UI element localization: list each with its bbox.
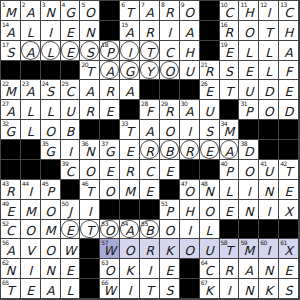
cell-letter: K bbox=[259, 284, 278, 298]
cell-number: 11 bbox=[240, 1, 247, 8]
grid-cell-r2c4[interactable]: E bbox=[61, 21, 81, 41]
grid-cell-r3c12[interactable]: 19E bbox=[220, 41, 240, 61]
cell-number: 43 bbox=[2, 180, 9, 187]
grid-cell-r5c7[interactable]: A bbox=[120, 80, 140, 100]
block-cell bbox=[259, 220, 279, 240]
grid-cell-r11c1[interactable]: 49E bbox=[1, 200, 21, 220]
grid-cell-r5c15[interactable]: E bbox=[279, 80, 299, 100]
cell-number: 4 bbox=[62, 1, 65, 8]
grid-cell-r1c3[interactable]: 3N bbox=[41, 1, 61, 21]
grid-cell-r10c14[interactable]: N bbox=[259, 180, 279, 200]
grid-cell-r2c8[interactable]: R bbox=[140, 21, 160, 41]
grid-cell-r5c3[interactable]: 24S bbox=[41, 80, 61, 100]
cell-letter: N bbox=[239, 205, 258, 219]
cell-letter: I bbox=[41, 26, 60, 40]
cell-letter: L bbox=[41, 46, 60, 60]
grid-cell-r2c15[interactable]: H bbox=[279, 21, 299, 41]
grid-cell-r12c2[interactable]: O bbox=[21, 220, 41, 240]
grid-cell-r5c1[interactable]: 22M bbox=[1, 80, 21, 100]
grid-cell-r15c8[interactable]: T bbox=[140, 279, 160, 299]
grid-cell-r6c4[interactable]: U bbox=[61, 100, 81, 120]
cell-letter: R bbox=[220, 264, 239, 278]
grid-cell-r15c13[interactable]: N bbox=[239, 279, 259, 299]
grid-cell-r3c9[interactable]: C bbox=[160, 41, 180, 61]
grid-cell-r3c3[interactable]: L bbox=[41, 41, 61, 61]
cell-letter: A bbox=[120, 85, 139, 99]
grid-cell-r13c2[interactable]: V bbox=[21, 239, 41, 259]
cell-number: 21 bbox=[201, 61, 208, 68]
block-cell bbox=[180, 259, 200, 279]
grid-cell-r3c7[interactable]: I bbox=[120, 41, 140, 61]
crossword-puzzle: 1M2A3N4G5O6T7A8R9O10C11H12I13C14ALIEN15A… bbox=[0, 0, 300, 300]
grid-cell-r2c13[interactable]: O bbox=[239, 21, 259, 41]
grid-cell-r9c4[interactable]: 39C bbox=[61, 160, 81, 180]
cell-letter: O bbox=[100, 185, 119, 199]
cell-letter: S bbox=[279, 284, 298, 298]
cell-number: 33 bbox=[121, 120, 128, 127]
grid-cell-r7c8[interactable]: A bbox=[140, 120, 160, 140]
cell-letter: O bbox=[120, 244, 139, 258]
grid-cell-r14c14[interactable]: N bbox=[259, 259, 279, 279]
grid-cell-r15c9[interactable]: S bbox=[160, 279, 180, 299]
cell-letter: E bbox=[220, 205, 239, 219]
cell-number: 64 bbox=[201, 259, 208, 266]
cell-letter: R bbox=[140, 244, 159, 258]
grid-cell-r13c14[interactable]: 60I bbox=[259, 239, 279, 259]
grid-cell-r15c2[interactable]: E bbox=[21, 279, 41, 299]
grid-cell-r1c15[interactable]: 13C bbox=[279, 1, 299, 21]
grid-cell-r6c10[interactable]: 30A bbox=[180, 100, 200, 120]
cell-letter: A bbox=[100, 65, 119, 79]
grid-cell-r6c5[interactable]: R bbox=[80, 100, 100, 120]
cell-number: 56 bbox=[2, 239, 9, 246]
cell-letter: U bbox=[180, 65, 199, 79]
grid-cell-r9c6[interactable]: E bbox=[100, 160, 120, 180]
grid-cell-r10c8[interactable]: E bbox=[140, 180, 160, 200]
block-cell bbox=[239, 220, 259, 240]
grid-cell-r11c15[interactable]: X bbox=[279, 200, 299, 220]
grid-cell-r1c4[interactable]: 4G bbox=[61, 1, 81, 21]
grid-cell-r11c4[interactable]: 50J bbox=[61, 200, 81, 220]
grid-cell-r12c4[interactable]: E bbox=[61, 220, 81, 240]
grid-cell-r2c7[interactable]: 15A bbox=[120, 21, 140, 41]
grid-cell-r3c15[interactable]: A bbox=[279, 41, 299, 61]
cell-letter: L bbox=[61, 284, 80, 298]
grid-cell-r6c2[interactable]: L bbox=[21, 100, 41, 120]
grid-cell-r7c4[interactable]: B bbox=[61, 120, 81, 140]
cell-number: 42 bbox=[280, 160, 287, 167]
grid-cell-r5c5[interactable]: A bbox=[80, 80, 100, 100]
grid-cell-r4c8[interactable]: Y bbox=[140, 61, 160, 81]
cell-letter: U bbox=[61, 105, 80, 119]
grid-cell-r12c1[interactable]: 52C bbox=[1, 220, 21, 240]
cell-letter: R bbox=[140, 145, 159, 159]
grid-cell-r14c8[interactable]: I bbox=[140, 259, 160, 279]
grid-cell-r4c10[interactable]: U bbox=[180, 61, 200, 81]
grid-cell-r10c2[interactable]: 44I bbox=[21, 180, 41, 200]
grid-cell-r2c10[interactable]: A bbox=[180, 21, 200, 41]
grid-cell-r6c15[interactable]: D bbox=[279, 100, 299, 120]
grid-cell-r10c10[interactable]: 47O bbox=[180, 180, 200, 200]
grid-cell-r1c9[interactable]: 8R bbox=[160, 1, 180, 21]
grid-cell-r11c5[interactable]: I bbox=[80, 200, 100, 220]
cell-letter: I bbox=[160, 26, 179, 40]
grid-cell-r3c14[interactable]: L bbox=[259, 41, 279, 61]
grid-cell-r15c11[interactable]: 67K bbox=[200, 279, 220, 299]
grid-cell-r9c5[interactable]: O bbox=[80, 160, 100, 180]
block-cell bbox=[239, 120, 259, 140]
grid-cell-r7c2[interactable]: L bbox=[21, 120, 41, 140]
cell-number: 52 bbox=[2, 220, 9, 227]
cell-letter: N bbox=[239, 284, 258, 298]
cell-number: 15 bbox=[121, 21, 128, 28]
cell-letter: E bbox=[239, 65, 258, 79]
grid-cell-r14c13[interactable]: A bbox=[239, 259, 259, 279]
grid-cell-r14c3[interactable]: N bbox=[41, 259, 61, 279]
cell-number: 45 bbox=[42, 180, 49, 187]
grid-cell-r9c9[interactable]: E bbox=[160, 160, 180, 180]
cell-number: 39 bbox=[62, 160, 69, 167]
grid-cell-r15c4[interactable]: L bbox=[61, 279, 81, 299]
grid-cell-r6c3[interactable]: L bbox=[41, 100, 61, 120]
grid-cell-r8c6[interactable]: 37G bbox=[100, 140, 120, 160]
grid-cell-r13c10[interactable]: O bbox=[180, 239, 200, 259]
cell-number: 44 bbox=[22, 180, 29, 187]
cell-letter: H bbox=[279, 26, 298, 40]
cell-number: 62 bbox=[2, 259, 9, 266]
grid-cell-r14c2[interactable]: I bbox=[21, 259, 41, 279]
grid-cell-r7c7[interactable]: 33T bbox=[120, 120, 140, 140]
grid-cell-r4c11[interactable]: 21R bbox=[200, 61, 220, 81]
cell-letter: E bbox=[279, 264, 298, 278]
cell-letter: H bbox=[180, 205, 199, 219]
grid-cell-r8c4[interactable]: I bbox=[61, 140, 81, 160]
cell-letter: S bbox=[160, 284, 179, 298]
cell-number: 23 bbox=[22, 80, 29, 87]
grid-cell-r11c3[interactable]: O bbox=[41, 200, 61, 220]
grid-cell-r10c11[interactable]: 48N bbox=[200, 180, 220, 200]
block-cell bbox=[100, 200, 120, 220]
grid-cell-r5c6[interactable]: R bbox=[100, 80, 120, 100]
grid-cell-r8c5[interactable]: 36N bbox=[80, 140, 100, 160]
grid-cell-r1c10[interactable]: 9O bbox=[180, 1, 200, 21]
grid-cell-r14c6[interactable]: 63O bbox=[100, 259, 120, 279]
grid-cell-r7c1[interactable]: 32G bbox=[1, 120, 21, 140]
grid-cell-r8c9[interactable]: B bbox=[160, 140, 180, 160]
grid-cell-r3c6[interactable]: 18P bbox=[100, 41, 120, 61]
grid-cell-r2c2[interactable]: L bbox=[21, 21, 41, 41]
grid-cell-r4c7[interactable]: G bbox=[120, 61, 140, 81]
cell-letter: I bbox=[220, 284, 239, 298]
grid-cell-r13c13[interactable]: 59M bbox=[239, 239, 259, 259]
cell-letter: B bbox=[160, 145, 179, 159]
grid-cell-r13c6[interactable]: 57W bbox=[100, 239, 120, 259]
grid-cell-r8c11[interactable]: E bbox=[200, 140, 220, 160]
cell-letter: I bbox=[259, 205, 278, 219]
grid-cell-r13c8[interactable]: R bbox=[140, 239, 160, 259]
grid-cell-r14c12[interactable]: R bbox=[220, 259, 240, 279]
grid-cell-r5c11[interactable]: 26E bbox=[200, 80, 220, 100]
grid-cell-r6c14[interactable]: O bbox=[259, 100, 279, 120]
cell-number: 6 bbox=[121, 1, 124, 8]
cell-letter: E bbox=[61, 224, 80, 238]
grid-cell-r15c6[interactable]: 66W bbox=[100, 279, 120, 299]
block-cell bbox=[200, 1, 220, 21]
grid-cell-r7c11[interactable]: S bbox=[200, 120, 220, 140]
grid-cell-r8c12[interactable]: A bbox=[220, 140, 240, 160]
grid-cell-r2c3[interactable]: I bbox=[41, 21, 61, 41]
cell-number: 1 bbox=[2, 1, 5, 8]
block-cell bbox=[160, 80, 180, 100]
cell-letter: L bbox=[41, 105, 60, 119]
block-cell bbox=[160, 180, 180, 200]
cell-letter: C bbox=[160, 46, 179, 60]
cell-number: 34 bbox=[221, 120, 228, 127]
grid-cell-r15c7[interactable]: I bbox=[120, 279, 140, 299]
grid-cell-r12c3[interactable]: M bbox=[41, 220, 61, 240]
cell-letter: O bbox=[41, 205, 60, 219]
grid-cell-r4c9[interactable]: O bbox=[160, 61, 180, 81]
cell-number: 2 bbox=[22, 1, 25, 8]
grid-cell-r5c4[interactable]: 25C bbox=[61, 80, 81, 100]
block-cell bbox=[200, 41, 220, 61]
grid-cell-r6c6[interactable]: E bbox=[100, 100, 120, 120]
grid-cell-r4c13[interactable]: E bbox=[239, 61, 259, 81]
grid-cell-r8c3[interactable]: 35G bbox=[41, 140, 61, 160]
cell-letter: H bbox=[180, 46, 199, 60]
grid-cell-r13c7[interactable]: O bbox=[120, 239, 140, 259]
grid-cell-r6c9[interactable]: 29R bbox=[160, 100, 180, 120]
grid-cell-r3c4[interactable]: E bbox=[61, 41, 81, 61]
grid-cell-r14c9[interactable]: E bbox=[160, 259, 180, 279]
grid-cell-r12c8[interactable]: 55B bbox=[140, 220, 160, 240]
cell-letter: B bbox=[61, 125, 80, 139]
grid-cell-r10c3[interactable]: 45P bbox=[41, 180, 61, 200]
cell-number: 24 bbox=[42, 80, 49, 87]
cell-letter: O bbox=[180, 244, 199, 258]
grid-cell-r10c13[interactable]: I bbox=[239, 180, 259, 200]
grid-cell-r4c14[interactable]: L bbox=[259, 61, 279, 81]
grid-cell-r11c11[interactable]: O bbox=[200, 200, 220, 220]
cell-letter: T bbox=[220, 85, 239, 99]
grid-cell-r7c10[interactable]: I bbox=[180, 120, 200, 140]
grid-cell-r3c1[interactable]: 17S bbox=[1, 41, 21, 61]
block-cell bbox=[21, 140, 41, 160]
grid-cell-r2c1[interactable]: 14A bbox=[1, 21, 21, 41]
cell-number: 30 bbox=[181, 100, 188, 107]
cell-letter: M bbox=[21, 205, 40, 219]
cell-number: 17 bbox=[2, 41, 9, 48]
grid-cell-r15c3[interactable]: A bbox=[41, 279, 61, 299]
cell-letter: O bbox=[239, 26, 258, 40]
cell-number: 51 bbox=[161, 200, 168, 207]
grid-cell-r14c15[interactable]: E bbox=[279, 259, 299, 279]
grid-cell-r6c8[interactable]: 28F bbox=[140, 100, 160, 120]
grid-cell-r7c9[interactable]: O bbox=[160, 120, 180, 140]
grid-cell-r14c1[interactable]: 62N bbox=[1, 259, 21, 279]
grid-cell-r3c8[interactable]: T bbox=[140, 41, 160, 61]
grid-cell-r15c15[interactable]: S bbox=[279, 279, 299, 299]
cell-letter: D bbox=[259, 85, 278, 99]
grid-cell-r13c4[interactable]: W bbox=[61, 239, 81, 259]
grid-cell-r6c11[interactable]: U bbox=[200, 100, 220, 120]
grid-cell-r1c5[interactable]: 5O bbox=[80, 1, 100, 21]
grid-cell-r13c15[interactable]: 61X bbox=[279, 239, 299, 259]
grid-cell-r13c3[interactable]: O bbox=[41, 239, 61, 259]
block-cell bbox=[140, 200, 160, 220]
cell-letter: I bbox=[180, 224, 199, 238]
cell-letter: N bbox=[41, 264, 60, 278]
grid-cell-r9c7[interactable]: R bbox=[120, 160, 140, 180]
grid-cell-r4c12[interactable]: S bbox=[220, 61, 240, 81]
cell-letter: E bbox=[140, 185, 159, 199]
grid-cell-r11c14[interactable]: I bbox=[259, 200, 279, 220]
cell-letter: D bbox=[279, 105, 298, 119]
grid-cell-r2c12[interactable]: 16R bbox=[220, 21, 240, 41]
grid-cell-r15c14[interactable]: K bbox=[259, 279, 279, 299]
cell-letter: I bbox=[239, 185, 258, 199]
block-cell bbox=[80, 259, 100, 279]
grid-cell-r6c1[interactable]: 27A bbox=[1, 100, 21, 120]
cell-letter: A bbox=[80, 85, 99, 99]
grid-cell-r12c9[interactable]: O bbox=[160, 220, 180, 240]
grid-cell-r5c14[interactable]: D bbox=[259, 80, 279, 100]
cell-letter: V bbox=[21, 244, 40, 258]
grid-cell-r11c12[interactable]: E bbox=[220, 200, 240, 220]
block-cell bbox=[61, 180, 81, 200]
grid-cell-r13c11[interactable]: U bbox=[200, 239, 220, 259]
grid-cell-r1c12[interactable]: 10C bbox=[220, 1, 240, 21]
cell-letter: A bbox=[279, 46, 298, 60]
cell-letter: W bbox=[61, 244, 80, 258]
grid-cell-r1c1[interactable]: 1M bbox=[1, 1, 21, 21]
grid-cell-r4c5[interactable]: 20T bbox=[80, 61, 100, 81]
grid-cell-r1c13[interactable]: 11H bbox=[239, 1, 259, 21]
block-cell bbox=[279, 140, 299, 160]
cell-letter: U bbox=[239, 85, 258, 99]
grid-cell-r8c8[interactable]: R bbox=[140, 140, 160, 160]
cell-letter: F bbox=[279, 65, 298, 79]
grid-cell-r15c1[interactable]: 65T bbox=[1, 279, 21, 299]
grid-cell-r12c10[interactable]: I bbox=[180, 220, 200, 240]
grid-cell-r2c5[interactable]: N bbox=[80, 21, 100, 41]
cell-letter: T bbox=[80, 224, 99, 238]
grid-cell-r5c13[interactable]: U bbox=[239, 80, 259, 100]
cell-number: 54 bbox=[121, 220, 128, 227]
grid-cell-r12c7[interactable]: 54A bbox=[120, 220, 140, 240]
grid-cell-r3c10[interactable]: H bbox=[180, 41, 200, 61]
cell-number: 65 bbox=[2, 279, 9, 286]
grid-cell-r13c1[interactable]: 56A bbox=[1, 239, 21, 259]
grid-cell-r10c12[interactable]: L bbox=[220, 180, 240, 200]
grid-cell-r3c5[interactable]: S bbox=[80, 41, 100, 61]
cell-letter: N bbox=[259, 185, 278, 199]
grid-cell-r10c1[interactable]: 43R bbox=[1, 180, 21, 200]
cell-letter: M bbox=[120, 185, 139, 199]
grid-cell-r12c11[interactable]: L bbox=[200, 220, 220, 240]
grid-cell-r7c3[interactable]: O bbox=[41, 120, 61, 140]
grid-cell-r11c13[interactable]: N bbox=[239, 200, 259, 220]
grid-cell-r1c7[interactable]: 6T bbox=[120, 1, 140, 21]
grid-cell-r10c5[interactable]: 46T bbox=[80, 180, 100, 200]
cell-number: 48 bbox=[201, 180, 208, 187]
grid-cell-r2c14[interactable]: T bbox=[259, 21, 279, 41]
block-cell bbox=[180, 80, 200, 100]
cell-letter: O bbox=[41, 244, 60, 258]
grid-cell-r4c15[interactable]: F bbox=[279, 61, 299, 81]
cell-letter: N bbox=[259, 264, 278, 278]
cell-letter: A bbox=[239, 264, 258, 278]
grid-cell-r3c13[interactable]: L bbox=[239, 41, 259, 61]
cell-number: 14 bbox=[2, 21, 9, 28]
cell-letter: L bbox=[239, 46, 258, 60]
grid-cell-r7c12[interactable]: 34M bbox=[220, 120, 240, 140]
grid-cell-r14c7[interactable]: K bbox=[120, 259, 140, 279]
block-cell bbox=[200, 160, 220, 180]
grid-cell-r10c15[interactable]: E bbox=[279, 180, 299, 200]
cell-number: 19 bbox=[221, 41, 228, 48]
grid-cell-r4c6[interactable]: A bbox=[100, 61, 120, 81]
grid-cell-r9c13[interactable]: O bbox=[239, 160, 259, 180]
grid-cell-r1c14[interactable]: 12I bbox=[259, 1, 279, 21]
grid-cell-r6c13[interactable]: 31P bbox=[239, 100, 259, 120]
grid-cell-r11c2[interactable]: M bbox=[21, 200, 41, 220]
grid-cell-r5c2[interactable]: 23A bbox=[21, 80, 41, 100]
grid-cell-r9c12[interactable]: 40P bbox=[220, 160, 240, 180]
grid-cell-r13c9[interactable]: K bbox=[160, 239, 180, 259]
grid-cell-r12c6[interactable]: 53O bbox=[100, 220, 120, 240]
cell-letter: R bbox=[100, 85, 119, 99]
cell-letter: E bbox=[100, 165, 119, 179]
cell-letter: K bbox=[120, 264, 139, 278]
grid-cell-r11c9[interactable]: 51P bbox=[160, 200, 180, 220]
cell-letter: O bbox=[160, 224, 179, 238]
grid-cell-r5c12[interactable]: T bbox=[220, 80, 240, 100]
grid-cell-r10c6[interactable]: O bbox=[100, 180, 120, 200]
cell-number: 67 bbox=[201, 279, 208, 286]
cell-number: 20 bbox=[81, 61, 88, 68]
grid-cell-r8c13[interactable]: 38D bbox=[239, 140, 259, 160]
grid-cell-r9c15[interactable]: 42T bbox=[279, 160, 299, 180]
grid-cell-r3c2[interactable]: A bbox=[21, 41, 41, 61]
cell-number: 59 bbox=[240, 239, 247, 246]
cell-letter: G bbox=[120, 65, 139, 79]
grid-cell-r9c8[interactable]: C bbox=[140, 160, 160, 180]
cell-letter: S bbox=[200, 125, 219, 139]
grid-cell-r14c4[interactable]: E bbox=[61, 259, 81, 279]
cell-letter: X bbox=[279, 205, 298, 219]
cell-letter: O bbox=[239, 165, 258, 179]
grid-cell-r15c12[interactable]: I bbox=[220, 279, 240, 299]
grid-cell-r2c9[interactable]: I bbox=[160, 21, 180, 41]
cell-letter: M bbox=[41, 224, 60, 238]
cell-number: 18 bbox=[101, 41, 108, 48]
grid-cell-r10c7[interactable]: M bbox=[120, 180, 140, 200]
cell-number: 16 bbox=[221, 21, 228, 28]
cell-letter: O bbox=[200, 205, 219, 219]
grid-cell-r11c10[interactable]: H bbox=[180, 200, 200, 220]
block-cell bbox=[80, 120, 100, 140]
grid-cell-r9c14[interactable]: 41U bbox=[259, 160, 279, 180]
cell-letter: L bbox=[21, 26, 40, 40]
grid-cell-r8c7[interactable]: E bbox=[120, 140, 140, 160]
grid-cell-r14c11[interactable]: 64C bbox=[200, 259, 220, 279]
grid-cell-r13c12[interactable]: 58T bbox=[220, 239, 240, 259]
grid-cell-r12c5[interactable]: T bbox=[80, 220, 100, 240]
grid-cell-r1c8[interactable]: 7A bbox=[140, 1, 160, 21]
grid-cell-r1c2[interactable]: 2A bbox=[21, 1, 41, 21]
grid-cell-r8c10[interactable]: R bbox=[180, 140, 200, 160]
